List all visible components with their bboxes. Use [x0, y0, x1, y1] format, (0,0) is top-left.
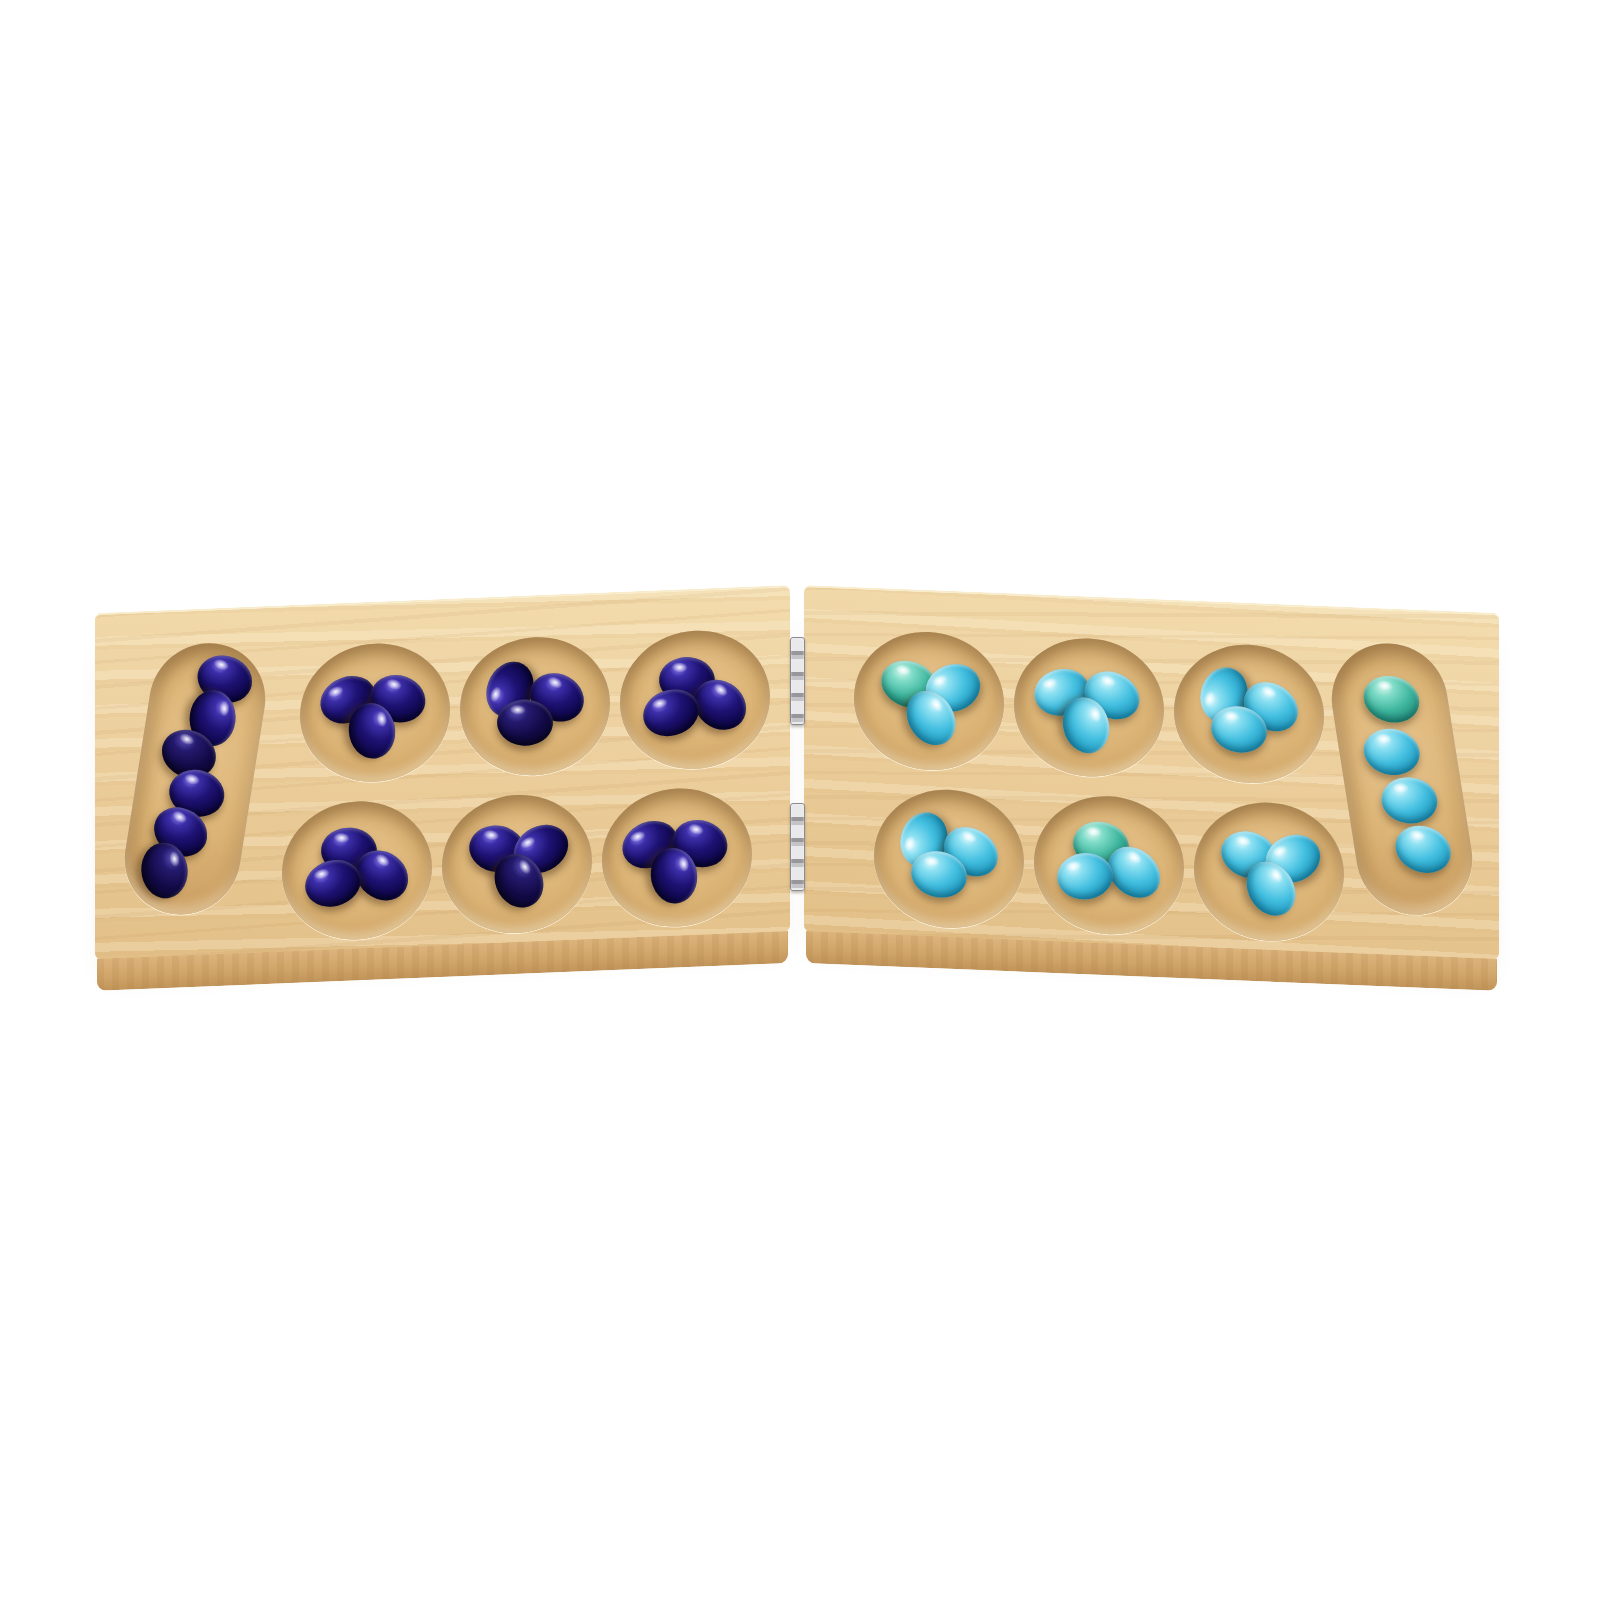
- pit-top-1[interactable]: [300, 641, 450, 785]
- pit-bottom-3[interactable]: [602, 786, 752, 930]
- hinge-top-icon: [790, 637, 805, 725]
- pit-top-6[interactable]: [1174, 642, 1324, 786]
- pit-top-4[interactable]: [854, 629, 1004, 773]
- pit-bottom-2[interactable]: [442, 792, 592, 936]
- pit-bottom-1[interactable]: [282, 798, 432, 942]
- glass-stone-light: [1381, 776, 1438, 825]
- product-photo-background: [0, 0, 1600, 1600]
- left-store: [116, 637, 273, 921]
- right-store: [1323, 637, 1480, 921]
- board-right-half: [804, 585, 1499, 960]
- pit-bottom-4[interactable]: [874, 787, 1024, 931]
- pit-bottom-6[interactable]: [1194, 800, 1344, 944]
- mancala-board: [95, 585, 1499, 930]
- pit-bottom-5[interactable]: [1034, 793, 1184, 937]
- pit-top-5[interactable]: [1014, 635, 1164, 779]
- board-left-half: [95, 585, 790, 960]
- hinge-bottom-icon: [790, 803, 805, 891]
- glass-stone-light: [1390, 819, 1457, 880]
- pit-top-3[interactable]: [620, 628, 770, 772]
- glass-stone-light: [1361, 725, 1422, 779]
- pit-top-2[interactable]: [460, 634, 610, 778]
- glass-stone-light: [1360, 670, 1424, 728]
